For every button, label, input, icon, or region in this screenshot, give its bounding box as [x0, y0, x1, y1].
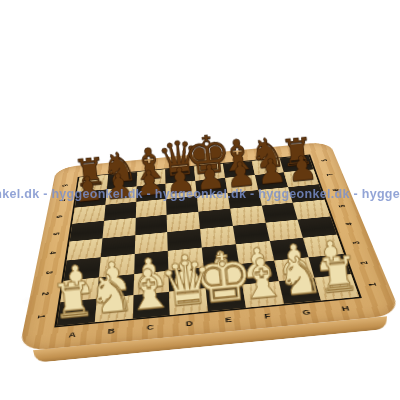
file-label-h: H [325, 303, 366, 314]
square-h5 [293, 200, 330, 220]
watermark-text: hyggeonkel.dk - hyggeonkel.dk - hyggeonk… [0, 187, 400, 201]
piece-white-rook: ♜ [50, 276, 97, 325]
rank-label-2: 2 [40, 292, 51, 296]
rank-label-1: 1 [366, 283, 379, 287]
rank-label-1: 1 [35, 315, 47, 320]
rank-label-6: 6 [54, 215, 64, 218]
product-photo: ♜♞♝♛♚♝♞♜♟♟♟♟♟♟♟♟♟♟♟♟♟♟♟♟♜♞♝♛♚♝♞♜ ABCDEFG… [0, 0, 400, 400]
square-h7: ♟ [284, 169, 319, 187]
square-a1: ♜ [57, 299, 97, 326]
rank-label-2: 2 [358, 261, 370, 265]
square-d1: ♛ [169, 288, 208, 315]
square-f5 [230, 206, 265, 226]
chess-board: ♜♞♝♛♚♝♞♜♟♟♟♟♟♟♟♟♟♟♟♟♟♟♟♟♜♞♝♛♚♝♞♜ ABCDEFG… [19, 142, 400, 352]
piece-white-rook: ♜ [314, 251, 361, 300]
rank-label-7: 7 [325, 173, 335, 176]
rank-label-4: 4 [343, 222, 354, 226]
playing-area: ♜♞♝♛♚♝♞♜♟♟♟♟♟♟♟♟♟♟♟♟♟♟♟♟♜♞♝♛♚♝♞♜ [54, 155, 362, 328]
rank-label-4: 4 [48, 251, 59, 255]
rank-label-5: 5 [337, 205, 348, 208]
board-tilt-wrapper: ♜♞♝♛♚♝♞♜♟♟♟♟♟♟♟♟♟♟♟♟♟♟♟♟♜♞♝♛♚♝♞♜ ABCDEFG… [25, 54, 374, 400]
rank-label-8: 8 [319, 159, 329, 162]
square-h1: ♜ [315, 274, 359, 300]
file-label-b: B [91, 325, 131, 336]
piece-white-queen: ♛ [157, 253, 216, 315]
square-g1: ♞ [278, 278, 321, 304]
square-a6 [72, 205, 105, 224]
file-label-g: G [286, 307, 327, 318]
square-b5 [102, 218, 135, 239]
rank-label-5: 5 [51, 232, 61, 235]
file-label-e: E [209, 314, 249, 325]
file-label-c: C [131, 322, 170, 333]
piece-black-pawn: ♟ [255, 155, 288, 190]
square-g5 [261, 203, 297, 223]
square-d5 [167, 212, 200, 232]
file-label-f: F [247, 310, 287, 321]
square-e5 [198, 209, 232, 229]
perspective-scene: ♜♞♝♛♚♝♞♜♟♟♟♟♟♟♟♟♟♟♟♟♟♟♟♟♜♞♝♛♚♝♞♜ ABCDEFG… [25, 54, 374, 400]
file-label-d: D [170, 318, 210, 329]
file-label-a: A [52, 329, 92, 340]
piece-black-pawn: ♟ [285, 152, 318, 187]
square-b1: ♞ [95, 295, 133, 322]
square-c6 [135, 199, 167, 218]
